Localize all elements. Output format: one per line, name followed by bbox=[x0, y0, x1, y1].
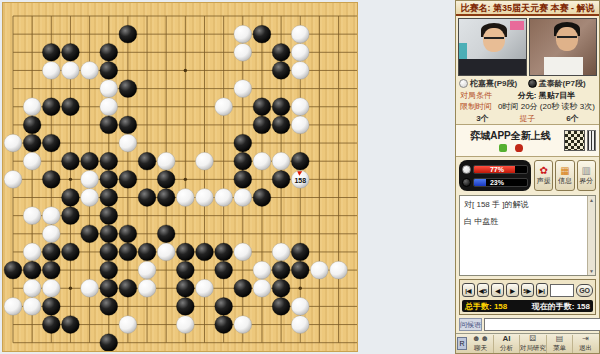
analysis-label: 分析 bbox=[500, 344, 513, 352]
captures-row: 3个 提子 6个 bbox=[456, 112, 599, 124]
chat-input[interactable] bbox=[484, 318, 600, 331]
ai-icon: AI bbox=[503, 335, 511, 344]
commentary-box[interactable]: 对[ 158 手 ]的解说 白 中盘胜 ▲ ▼ bbox=[459, 195, 596, 276]
score-button[interactable]: ▥ 界分 bbox=[577, 160, 596, 191]
android-icon bbox=[499, 144, 507, 152]
move-nav-row: |◀ ◀5 ◀ ▶ 5▶ ▶| GO bbox=[462, 283, 593, 297]
condition-label: 对局条件 bbox=[460, 90, 498, 101]
info-label: 信息 bbox=[558, 176, 572, 186]
rose-icon: ✿ bbox=[539, 165, 547, 176]
exit-icon: ⇥ bbox=[582, 335, 589, 344]
player-names-row: 柁嘉熹(P9段) 孟泰龄(P7段) bbox=[456, 77, 599, 90]
white-player-photo bbox=[458, 18, 527, 76]
scroll-up-icon[interactable]: ▲ bbox=[588, 197, 595, 203]
store-icons bbox=[459, 144, 562, 152]
total-moves: 总手数: 158 bbox=[465, 301, 507, 312]
people-icon: ☻☻ bbox=[472, 335, 489, 344]
game-research-tab[interactable]: ⚄ 对局研究 bbox=[519, 335, 546, 353]
cheer-label: 声援 bbox=[537, 176, 551, 186]
match-title: 比赛名: 第35届天元赛 本赛 - 解说 bbox=[456, 1, 599, 16]
black-stone-icon bbox=[528, 79, 537, 88]
winrate-zone: 77% 23% ✿ 声援 ▦ 信息 bbox=[456, 157, 599, 193]
condition-row-time: 限制时间 0时间 20分 (20秒 读秒 3次) bbox=[456, 101, 599, 112]
white-player: 柁嘉熹(P9段) bbox=[459, 78, 528, 89]
photo-decor bbox=[510, 21, 524, 30]
black-player-name: 孟泰龄(P7段) bbox=[539, 78, 586, 89]
winrate-box: 77% 23% bbox=[459, 160, 531, 191]
black-player-photo bbox=[529, 18, 598, 76]
ai-analysis-tab[interactable]: AI 分析 bbox=[493, 335, 519, 353]
greeting-button[interactable]: 问候语 bbox=[459, 318, 482, 331]
dice-icon: ⚄ bbox=[530, 335, 537, 344]
barcode bbox=[587, 130, 596, 151]
corner-button[interactable]: R bbox=[457, 337, 467, 350]
white-captures: 6个 bbox=[550, 113, 595, 124]
chat-tab[interactable]: ☻☻ 聊天 bbox=[468, 335, 493, 353]
commentary-line2: 白 中盘胜 bbox=[464, 216, 585, 227]
black-winrate-bar: 23% bbox=[473, 178, 528, 187]
condition-row-komi: 对局条件 分先: 黑贴7目半 bbox=[456, 90, 599, 101]
black-stone-icon bbox=[462, 178, 471, 187]
banner-main: 弈城APP全新上线 bbox=[459, 129, 562, 152]
forward5-button[interactable]: 5▶ bbox=[521, 283, 534, 297]
apple-icon bbox=[515, 144, 523, 152]
black-winrate-fill bbox=[474, 179, 486, 186]
back-button[interactable]: ◀ bbox=[491, 283, 504, 297]
black-captures: 3个 bbox=[460, 113, 505, 124]
score-icon: ▥ bbox=[582, 165, 591, 176]
qr-code bbox=[564, 130, 585, 151]
chat-label: 聊天 bbox=[474, 344, 487, 352]
photo-figure bbox=[484, 37, 504, 41]
score-label: 界分 bbox=[579, 176, 593, 186]
navigation-box: |◀ ◀5 ◀ ▶ 5▶ ▶| GO 总手数: 158 现在的手数: 158 bbox=[459, 279, 596, 315]
photo-figure bbox=[544, 57, 584, 75]
action-buttons: ✿ 声援 ▦ 信息 ▥ 界分 bbox=[534, 160, 596, 191]
current-move: 现在的手数: 158 bbox=[532, 301, 590, 312]
back5-button[interactable]: ◀5 bbox=[477, 283, 490, 297]
white-winrate-value: 77% bbox=[490, 166, 504, 174]
go-button[interactable]: GO bbox=[576, 284, 593, 297]
condition-value: 分先: 黑贴7目半 bbox=[498, 90, 595, 101]
photo-figure bbox=[557, 36, 577, 40]
box-icon: ▦ bbox=[560, 165, 569, 176]
captures-label: 提子 bbox=[505, 113, 550, 124]
white-winrate-bar: 77% bbox=[473, 165, 528, 174]
exit-label: 退出 bbox=[579, 344, 592, 352]
black-winrate-row: 23% bbox=[462, 176, 528, 188]
photo-figure bbox=[459, 59, 526, 75]
black-player: 孟泰龄(P7段) bbox=[528, 78, 597, 89]
commentary-line1: 对[ 158 手 ]的解说 bbox=[464, 199, 585, 210]
side-panel: 比赛名: 第35届天元赛 本赛 - 解说 柁嘉熹(P9段) bbox=[455, 0, 600, 354]
exit-tab[interactable]: ⇥ 退出 bbox=[572, 335, 598, 353]
move-counter-strip: 总手数: 158 现在的手数: 158 bbox=[462, 300, 593, 312]
svg-text:158: 158 bbox=[294, 177, 306, 184]
info-button[interactable]: ▦ 信息 bbox=[555, 160, 574, 191]
player-photos bbox=[456, 16, 599, 77]
move-number-input[interactable] bbox=[550, 284, 574, 297]
white-winrate-row: 77% bbox=[462, 163, 528, 175]
condition-value: 0时间 20分 (20秒 读秒 3次) bbox=[498, 101, 595, 112]
first-move-button[interactable]: |◀ bbox=[462, 283, 475, 297]
book-icon: ▤ bbox=[556, 335, 564, 344]
app-window: 158 比赛名: 第35届天元赛 本赛 - 解说 柁嘉熹( bbox=[0, 0, 600, 354]
white-stone-icon bbox=[462, 165, 471, 174]
condition-label: 限制时间 bbox=[460, 101, 498, 112]
research-label: 对局研究 bbox=[520, 344, 546, 352]
bottom-toolbar: R ☻☻ 聊天 AI 分析 ⚄ 对局研究 ▤ 菜单 ⇥ 退出 bbox=[456, 333, 599, 353]
black-winrate-value: 23% bbox=[490, 179, 504, 187]
white-player-name: 柁嘉熹(P9段) bbox=[470, 78, 517, 89]
greeting-row: 问候语 bbox=[456, 316, 599, 333]
app-banner[interactable]: 弈城APP全新上线 bbox=[456, 124, 599, 157]
menu-tab[interactable]: ▤ 菜单 bbox=[546, 335, 572, 353]
last-move-button[interactable]: ▶| bbox=[536, 283, 549, 297]
scroll-down-icon[interactable]: ▼ bbox=[588, 268, 595, 274]
commentary-scrollbar[interactable]: ▲ ▼ bbox=[587, 196, 595, 275]
cheer-button[interactable]: ✿ 声援 bbox=[534, 160, 553, 191]
white-stone-icon bbox=[459, 79, 468, 88]
menu-label: 菜单 bbox=[553, 344, 566, 352]
forward-button[interactable]: ▶ bbox=[506, 283, 519, 297]
go-board[interactable]: 158 bbox=[2, 2, 358, 352]
banner-text: 弈城APP全新上线 bbox=[459, 129, 562, 143]
